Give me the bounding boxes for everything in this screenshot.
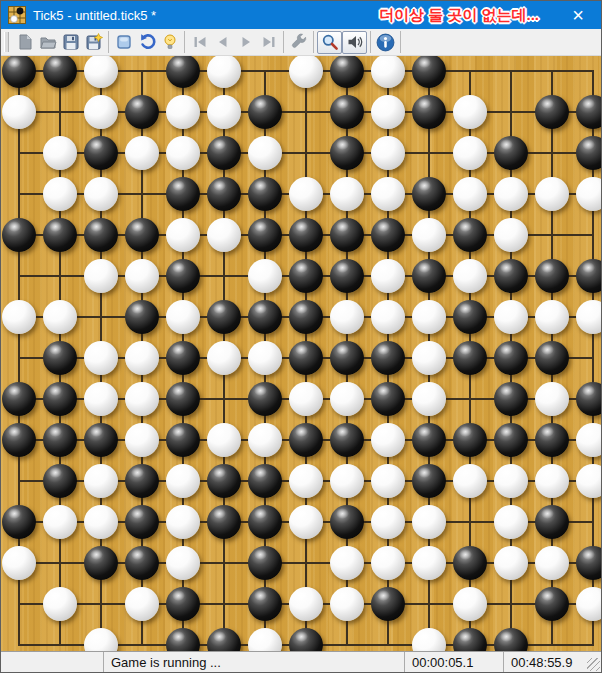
toolbar-separator — [370, 31, 371, 53]
stone-white — [207, 423, 241, 457]
stone-black — [453, 218, 487, 252]
stone-white — [84, 177, 118, 211]
stone-black — [248, 177, 282, 211]
stone-white — [248, 628, 282, 653]
stone-black — [494, 628, 528, 653]
stone-white — [494, 505, 528, 539]
stone-white — [43, 587, 77, 621]
stone-black — [494, 423, 528, 457]
stone-black — [453, 341, 487, 375]
stone-white — [166, 218, 200, 252]
nav-next-button[interactable] — [234, 30, 257, 54]
stone-black — [125, 300, 159, 334]
stone-white — [535, 546, 569, 580]
stone-black — [412, 259, 446, 293]
stone-white — [289, 56, 323, 88]
stone-black — [330, 136, 364, 170]
stone-black — [166, 177, 200, 211]
stone-white — [2, 95, 36, 129]
stone-white — [576, 587, 602, 621]
title-bar[interactable]: Tick5 - untitled.tick5 * 더이상 둘 곳이 없는데...… — [1, 1, 601, 29]
stone-white — [453, 95, 487, 129]
stone-black — [125, 464, 159, 498]
stone-white — [166, 300, 200, 334]
stone-white — [412, 628, 446, 653]
nav-first-button[interactable] — [188, 30, 211, 54]
stone-black — [125, 505, 159, 539]
stone-black — [125, 546, 159, 580]
stone-black — [453, 546, 487, 580]
stone-black — [84, 546, 118, 580]
stone-black — [289, 218, 323, 252]
stone-black — [248, 218, 282, 252]
stone-black — [207, 505, 241, 539]
stone-white — [166, 95, 200, 129]
status-time-2: 00:48:55.9 — [504, 652, 601, 672]
app-icon — [8, 6, 26, 24]
stone-white — [166, 546, 200, 580]
status-message: Game is running ... — [104, 652, 405, 672]
stone-black — [43, 464, 77, 498]
settings-button[interactable] — [287, 30, 310, 54]
stone-white — [576, 464, 602, 498]
stone-white — [289, 382, 323, 416]
stone-black — [371, 218, 405, 252]
nav-last-button[interactable] — [257, 30, 280, 54]
stone-white — [371, 95, 405, 129]
status-time-2-text: 00:48:55.9 — [511, 655, 572, 670]
board-button[interactable] — [112, 30, 135, 54]
light-bulb-icon — [161, 33, 179, 51]
stone-black — [576, 259, 602, 293]
stone-black — [43, 56, 77, 88]
resize-grip[interactable] — [587, 658, 600, 671]
stone-white — [43, 136, 77, 170]
stone-black — [371, 341, 405, 375]
stone-white — [84, 505, 118, 539]
stone-black — [494, 382, 528, 416]
stone-black — [125, 95, 159, 129]
stone-black — [453, 423, 487, 457]
stone-white — [494, 546, 528, 580]
save-as-button[interactable] — [82, 30, 105, 54]
stone-black — [2, 505, 36, 539]
speaker-icon — [346, 33, 364, 51]
stone-white — [371, 464, 405, 498]
stone-white — [371, 56, 405, 88]
stone-black — [289, 300, 323, 334]
stone-white — [371, 177, 405, 211]
toolbar-grip[interactable] — [4, 32, 9, 52]
stone-black — [412, 95, 446, 129]
stone-black — [166, 382, 200, 416]
stone-black — [412, 423, 446, 457]
stone-black — [43, 341, 77, 375]
stone-white — [330, 177, 364, 211]
board-square-icon — [115, 33, 133, 51]
stone-white — [43, 505, 77, 539]
stone-white — [330, 382, 364, 416]
stone-black — [371, 587, 405, 621]
stone-white — [453, 259, 487, 293]
stone-white — [43, 177, 77, 211]
stone-white — [289, 464, 323, 498]
stone-black — [289, 628, 323, 653]
nav-first-icon — [191, 33, 209, 51]
stone-white — [494, 300, 528, 334]
stone-black — [330, 341, 364, 375]
stone-white — [576, 423, 602, 457]
toolbar-separator — [283, 31, 284, 53]
stone-black — [535, 341, 569, 375]
stone-black — [576, 95, 602, 129]
stone-black — [330, 423, 364, 457]
stone-black — [207, 177, 241, 211]
stone-white — [576, 177, 602, 211]
stone-white — [207, 341, 241, 375]
stone-black — [248, 505, 282, 539]
hint-button[interactable] — [158, 30, 181, 54]
stone-black — [166, 423, 200, 457]
stone-white — [371, 259, 405, 293]
stone-white — [43, 300, 77, 334]
new-button[interactable] — [13, 30, 36, 54]
magnifier-icon — [321, 33, 339, 51]
stone-black — [248, 546, 282, 580]
stone-white — [84, 628, 118, 653]
stone-white — [371, 423, 405, 457]
stone-white — [125, 341, 159, 375]
open-button[interactable] — [36, 30, 59, 54]
stone-black — [412, 56, 446, 88]
stone-white — [166, 136, 200, 170]
stone-white — [207, 56, 241, 88]
info-icon — [376, 33, 395, 52]
stone-white — [125, 259, 159, 293]
stone-black — [207, 464, 241, 498]
stone-black — [535, 423, 569, 457]
stone-white — [248, 423, 282, 457]
stone-white — [289, 587, 323, 621]
stone-black — [330, 56, 364, 88]
stone-white — [2, 546, 36, 580]
stone-black — [2, 218, 36, 252]
stone-white — [2, 300, 36, 334]
stone-white — [248, 136, 282, 170]
stone-black — [125, 218, 159, 252]
stone-white — [125, 136, 159, 170]
toolbar-separator — [313, 31, 314, 53]
sound-button[interactable] — [342, 31, 367, 54]
stone-white — [330, 300, 364, 334]
stone-white — [453, 464, 487, 498]
stone-black — [248, 587, 282, 621]
stone-white — [576, 300, 602, 334]
stone-white — [494, 218, 528, 252]
stone-white — [371, 136, 405, 170]
status-time-1: 00:00:05.1 — [405, 652, 504, 672]
stone-white — [166, 505, 200, 539]
stone-white — [289, 177, 323, 211]
stone-white — [535, 464, 569, 498]
info-button[interactable] — [374, 30, 397, 54]
stone-white — [125, 382, 159, 416]
stone-black — [43, 423, 77, 457]
stone-black — [453, 300, 487, 334]
new-icon — [16, 33, 34, 51]
stone-black — [84, 423, 118, 457]
stone-white — [166, 464, 200, 498]
stone-black — [453, 628, 487, 653]
save-as-icon — [85, 33, 103, 51]
stone-white — [84, 464, 118, 498]
status-bar: Game is running ... 00:00:05.1 00:48:55.… — [1, 651, 601, 672]
stone-white — [412, 341, 446, 375]
stone-white — [494, 177, 528, 211]
stone-black — [43, 218, 77, 252]
stone-black — [535, 587, 569, 621]
stone-black — [248, 95, 282, 129]
stone-black — [330, 259, 364, 293]
stone-white — [412, 218, 446, 252]
window-title: Tick5 - untitled.tick5 * — [33, 8, 156, 23]
stone-white — [412, 300, 446, 334]
nav-next-icon — [237, 33, 255, 51]
undo-icon — [138, 33, 156, 51]
stone-black — [412, 464, 446, 498]
app-window: Tick5 - untitled.tick5 * 더이상 둘 곳이 없는데...… — [0, 0, 602, 673]
stone-black — [576, 546, 602, 580]
stone-white — [125, 587, 159, 621]
stone-black — [494, 259, 528, 293]
stone-white — [248, 259, 282, 293]
stone-white — [125, 423, 159, 457]
stone-white — [207, 218, 241, 252]
stone-black — [43, 382, 77, 416]
stone-black — [2, 382, 36, 416]
stone-black — [207, 300, 241, 334]
stone-black — [166, 56, 200, 88]
stone-white — [289, 505, 323, 539]
stone-black — [289, 259, 323, 293]
stone-white — [453, 136, 487, 170]
stone-black — [166, 259, 200, 293]
stone-black — [535, 95, 569, 129]
save-button[interactable] — [59, 30, 82, 54]
stone-black — [289, 423, 323, 457]
nav-last-icon — [260, 33, 278, 51]
stone-black — [2, 56, 36, 88]
stone-black — [535, 505, 569, 539]
close-button[interactable]: × — [555, 1, 601, 29]
status-panel-left — [1, 652, 104, 672]
stone-black — [289, 341, 323, 375]
stone-white — [494, 464, 528, 498]
stone-black — [576, 136, 602, 170]
stone-white — [84, 382, 118, 416]
stone-white — [330, 587, 364, 621]
nav-prev-icon — [214, 33, 232, 51]
stone-black — [166, 587, 200, 621]
stone-black — [371, 382, 405, 416]
stone-black — [248, 382, 282, 416]
toolbar-separator — [108, 31, 109, 53]
stone-white — [412, 382, 446, 416]
undo-button[interactable] — [135, 30, 158, 54]
stone-black — [84, 136, 118, 170]
stone-black — [2, 423, 36, 457]
magnifier-button[interactable] — [317, 31, 342, 54]
wrench-icon — [290, 33, 308, 51]
stone-black — [412, 177, 446, 211]
stone-black — [207, 136, 241, 170]
toolbar-separator — [184, 31, 185, 53]
stone-white — [371, 546, 405, 580]
toolbar-separator — [400, 31, 401, 53]
stone-black — [576, 382, 602, 416]
save-icon — [62, 33, 80, 51]
alert-message: 더이상 둘 곳이 없는데... — [379, 6, 539, 25]
stone-white — [248, 341, 282, 375]
stone-white — [84, 341, 118, 375]
stone-white — [84, 259, 118, 293]
stone-black — [207, 628, 241, 653]
stone-white — [84, 95, 118, 129]
stone-white — [371, 300, 405, 334]
stone-white — [535, 177, 569, 211]
stone-black — [330, 505, 364, 539]
stone-black — [166, 628, 200, 653]
stone-black — [330, 218, 364, 252]
stone-black — [494, 136, 528, 170]
stone-white — [330, 546, 364, 580]
stone-white — [84, 56, 118, 88]
stone-black — [248, 300, 282, 334]
stone-black — [248, 464, 282, 498]
stone-white — [207, 95, 241, 129]
stone-white — [453, 177, 487, 211]
stone-white — [330, 464, 364, 498]
stone-white — [371, 505, 405, 539]
stone-white — [453, 587, 487, 621]
toolbar — [1, 29, 601, 56]
stone-black — [330, 95, 364, 129]
stone-black — [166, 341, 200, 375]
nav-prev-button[interactable] — [211, 30, 234, 54]
stone-black — [535, 259, 569, 293]
stone-black — [494, 341, 528, 375]
open-folder-icon — [39, 33, 57, 51]
stone-black — [84, 218, 118, 252]
stone-white — [412, 505, 446, 539]
stone-white — [412, 546, 446, 580]
stone-white — [535, 382, 569, 416]
stone-white — [535, 300, 569, 334]
go-board[interactable] — [1, 56, 602, 653]
